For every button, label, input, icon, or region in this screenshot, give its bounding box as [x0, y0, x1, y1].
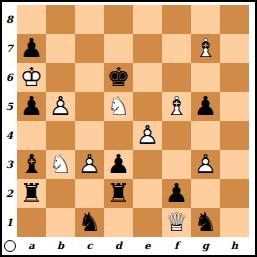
black-pawn: ♟: [104, 150, 133, 179]
board-area: 87654321 ♟♝♗♚♔♚♟♟♙♞♘♝♗♟♟♙♝♞♘♟♙♟♟♙♜♜♟♞♛♕♞: [2, 5, 255, 237]
square-d7[interactable]: [104, 34, 133, 63]
turn-indicator-white-to-move: [4, 240, 16, 252]
square-a3[interactable]: ♝: [17, 150, 46, 179]
square-e3[interactable]: [133, 150, 162, 179]
square-d2[interactable]: ♜: [104, 179, 133, 208]
square-d5[interactable]: ♞♘: [104, 92, 133, 121]
black-pawn: ♟: [17, 34, 46, 63]
square-b1[interactable]: [46, 208, 75, 237]
piece-outline: ♘: [104, 92, 133, 121]
black-king: ♚: [104, 63, 133, 92]
black-rook: ♜: [104, 179, 133, 208]
square-d1[interactable]: [104, 208, 133, 237]
rank-label-8: 8: [2, 5, 17, 34]
square-d6[interactable]: ♚: [104, 63, 133, 92]
square-f7[interactable]: [162, 34, 191, 63]
black-pawn: ♟: [162, 179, 191, 208]
square-b4[interactable]: [46, 121, 75, 150]
piece-outline: ♗: [162, 92, 191, 121]
square-g8[interactable]: [191, 5, 220, 34]
white-pawn: ♟♙: [46, 92, 75, 121]
black-pawn: ♟: [191, 92, 220, 121]
square-e1[interactable]: [133, 208, 162, 237]
square-f8[interactable]: [162, 5, 191, 34]
square-c5[interactable]: [75, 92, 104, 121]
black-knight: ♞: [75, 208, 104, 237]
white-pawn: ♟♙: [191, 150, 220, 179]
rank-label-2: 2: [2, 179, 17, 208]
square-h2[interactable]: [220, 179, 249, 208]
square-f6[interactable]: [162, 63, 191, 92]
file-label-c: c: [75, 237, 104, 254]
square-c8[interactable]: [75, 5, 104, 34]
chess-board: ♟♝♗♚♔♚♟♟♙♞♘♝♗♟♟♙♝♞♘♟♙♟♟♙♜♜♟♞♛♕♞: [17, 5, 249, 237]
file-label-d: d: [104, 237, 133, 254]
file-label-h: h: [220, 237, 249, 254]
square-c1[interactable]: ♞: [75, 208, 104, 237]
white-knight: ♞♘: [104, 92, 133, 121]
square-a5[interactable]: ♟: [17, 92, 46, 121]
white-pawn: ♟♙: [75, 150, 104, 179]
file-labels: abcdefgh: [17, 237, 249, 254]
square-h7[interactable]: [220, 34, 249, 63]
black-knight: ♞: [191, 208, 220, 237]
piece-outline: ♗: [191, 34, 220, 63]
piece-outline: ♙: [191, 150, 220, 179]
square-c3[interactable]: ♟♙: [75, 150, 104, 179]
square-h3[interactable]: [220, 150, 249, 179]
square-e7[interactable]: [133, 34, 162, 63]
square-g2[interactable]: [191, 179, 220, 208]
chess-diagram: 87654321 ♟♝♗♚♔♚♟♟♙♞♘♝♗♟♟♙♝♞♘♟♙♟♟♙♜♜♟♞♛♕♞…: [0, 0, 257, 257]
white-bishop: ♝♗: [162, 92, 191, 121]
square-b7[interactable]: [46, 34, 75, 63]
square-g7[interactable]: ♝♗: [191, 34, 220, 63]
square-e8[interactable]: [133, 5, 162, 34]
black-rook: ♜: [17, 179, 46, 208]
square-f2[interactable]: ♟: [162, 179, 191, 208]
square-e5[interactable]: [133, 92, 162, 121]
square-h1[interactable]: [220, 208, 249, 237]
black-pawn: ♟: [17, 92, 46, 121]
white-knight: ♞♘: [46, 150, 75, 179]
square-b8[interactable]: [46, 5, 75, 34]
piece-outline: ♙: [133, 121, 162, 150]
square-g6[interactable]: [191, 63, 220, 92]
piece-outline: ♘: [46, 150, 75, 179]
square-f1[interactable]: ♛♕: [162, 208, 191, 237]
square-g3[interactable]: ♟♙: [191, 150, 220, 179]
rank-label-4: 4: [2, 121, 17, 150]
file-label-e: e: [133, 237, 162, 254]
square-d8[interactable]: [104, 5, 133, 34]
file-label-f: f: [162, 237, 191, 254]
square-a8[interactable]: [17, 5, 46, 34]
square-e2[interactable]: [133, 179, 162, 208]
square-g1[interactable]: ♞: [191, 208, 220, 237]
white-king: ♚♔: [17, 63, 46, 92]
square-a6[interactable]: ♚♔: [17, 63, 46, 92]
square-b6[interactable]: [46, 63, 75, 92]
square-g5[interactable]: ♟: [191, 92, 220, 121]
file-label-b: b: [46, 237, 75, 254]
square-e6[interactable]: [133, 63, 162, 92]
rank-label-5: 5: [2, 92, 17, 121]
white-queen: ♛♕: [162, 208, 191, 237]
square-c6[interactable]: [75, 63, 104, 92]
white-pawn: ♟♙: [133, 121, 162, 150]
square-d3[interactable]: ♟: [104, 150, 133, 179]
rank-label-7: 7: [2, 34, 17, 63]
square-c2[interactable]: [75, 179, 104, 208]
square-e4[interactable]: ♟♙: [133, 121, 162, 150]
square-c4[interactable]: [75, 121, 104, 150]
square-g4[interactable]: [191, 121, 220, 150]
square-h8[interactable]: [220, 5, 249, 34]
white-bishop: ♝♗: [191, 34, 220, 63]
square-h4[interactable]: [220, 121, 249, 150]
file-label-a: a: [17, 237, 46, 254]
square-b5[interactable]: ♟♙: [46, 92, 75, 121]
square-a4[interactable]: [17, 121, 46, 150]
rank-labels: 87654321: [2, 5, 17, 237]
square-d4[interactable]: [104, 121, 133, 150]
square-a1[interactable]: [17, 208, 46, 237]
square-f4[interactable]: [162, 121, 191, 150]
piece-outline: ♙: [75, 150, 104, 179]
piece-outline: ♕: [162, 208, 191, 237]
file-label-g: g: [191, 237, 220, 254]
turn-indicator-cell: [2, 237, 17, 254]
rank-label-6: 6: [2, 63, 17, 92]
square-c7[interactable]: [75, 34, 104, 63]
square-h6[interactable]: [220, 63, 249, 92]
square-b2[interactable]: [46, 179, 75, 208]
piece-outline: ♔: [17, 63, 46, 92]
square-a7[interactable]: ♟: [17, 34, 46, 63]
square-a2[interactable]: ♜: [17, 179, 46, 208]
square-f5[interactable]: ♝♗: [162, 92, 191, 121]
bottom-row: abcdefgh: [2, 237, 255, 254]
square-f3[interactable]: [162, 150, 191, 179]
black-bishop: ♝: [17, 150, 46, 179]
rank-label-3: 3: [2, 150, 17, 179]
square-b3[interactable]: ♞♘: [46, 150, 75, 179]
rank-label-1: 1: [2, 208, 17, 237]
piece-outline: ♙: [46, 92, 75, 121]
square-h5[interactable]: [220, 92, 249, 121]
